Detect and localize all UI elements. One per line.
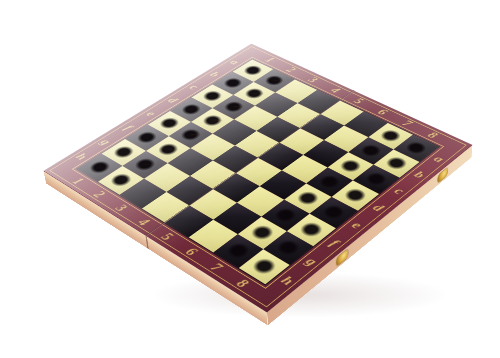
board-grid: ♜♟♟♜♞♟♟♞♝♟♟♝♛♟♟♛♚♟♟♚♝♟♟♝♞♟♟♞♜♟♟♜ <box>77 60 438 285</box>
piece-black-rook[interactable]: ♜ <box>245 226 283 269</box>
chess-board: ♜♟♟♜♞♟♟♞♝♟♟♝♛♟♟♛♚♟♟♚♝♟♟♝♞♟♟♞♜♟♟♜ 1 2 3 4… <box>43 44 472 313</box>
scene: ♜♟♟♜♞♟♟♞♝♟♟♝♛♟♟♛♚♟♟♚♝♟♟♝♞♟♟♞♜♟♟♜ 1 2 3 4… <box>0 0 500 358</box>
square-e4[interactable] <box>213 146 258 174</box>
piece-white-pawn[interactable]: ♟ <box>106 148 137 183</box>
